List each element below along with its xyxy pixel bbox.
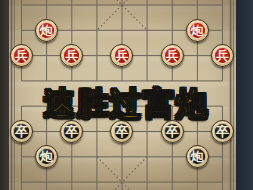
black-cannon-glyph: 炮 — [38, 148, 55, 165]
black-soldier-glyph: 卒 — [13, 123, 30, 140]
red-soldier-glyph: 兵 — [63, 47, 80, 64]
black-soldier-glyph: 卒 — [114, 123, 131, 140]
red-soldier-glyph: 兵 — [164, 47, 181, 64]
black-soldier-glyph: 卒 — [164, 123, 181, 140]
piece-black-cannon[interactable]: 炮 — [35, 145, 58, 168]
red-soldier-glyph: 兵 — [13, 47, 30, 64]
black-soldier-glyph: 卒 — [214, 123, 231, 140]
piece-red-soldier[interactable]: 兵 — [10, 44, 33, 67]
piece-red-soldier[interactable]: 兵 — [60, 44, 83, 67]
video-caption-title: 速胜过宫炮 — [0, 83, 253, 125]
piece-black-cannon[interactable]: 炮 — [186, 145, 209, 168]
piece-red-cannon[interactable]: 炮 — [35, 19, 58, 42]
piece-red-soldier[interactable]: 兵 — [110, 44, 133, 67]
red-cannon-glyph: 炮 — [38, 22, 55, 39]
piece-red-soldier[interactable]: 兵 — [161, 44, 184, 67]
video-frame: 炮炮兵兵兵兵兵卒卒卒卒卒炮炮 速胜过宫炮 — [0, 0, 253, 190]
black-cannon-glyph: 炮 — [189, 148, 206, 165]
piece-red-soldier[interactable]: 兵 — [211, 44, 234, 67]
black-soldier-glyph: 卒 — [63, 123, 80, 140]
red-soldier-glyph: 兵 — [114, 47, 131, 64]
piece-red-cannon[interactable]: 炮 — [186, 19, 209, 42]
red-cannon-glyph: 炮 — [189, 22, 206, 39]
red-soldier-glyph: 兵 — [214, 47, 231, 64]
